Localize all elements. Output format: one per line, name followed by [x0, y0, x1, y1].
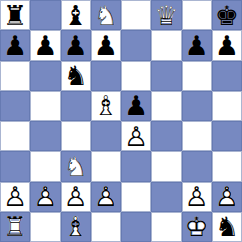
square-a7[interactable]: ♟ — [0, 30, 30, 60]
piece-black-pawn: ♟ — [91, 31, 120, 60]
square-e5[interactable]: ♟ — [121, 91, 151, 121]
square-a1[interactable]: ♜♖ — [0, 212, 30, 242]
square-d3[interactable] — [91, 151, 121, 181]
white-pawn-outline-icon: ♙ — [31, 182, 60, 211]
square-g4[interactable] — [182, 121, 212, 151]
chess-board: ♜♝♞♘♛♕♚♟♟♟♟♟♟♞♝♗♟♟♙♞♘♟♙♟♙♟♙♟♙♟♙♟♙♜♖♝♗♚♔♞ — [0, 0, 242, 242]
square-g8[interactable] — [182, 0, 212, 30]
square-d5[interactable]: ♝♗ — [91, 91, 121, 121]
square-e3[interactable] — [121, 151, 151, 181]
square-h4[interactable] — [212, 121, 242, 151]
square-c2[interactable]: ♟♙ — [61, 182, 91, 212]
square-b2[interactable]: ♟♙ — [30, 182, 60, 212]
black-pawn-icon: ♟ — [122, 91, 151, 120]
square-b7[interactable]: ♟ — [30, 30, 60, 60]
piece-black-king: ♚ — [212, 1, 241, 30]
piece-black-pawn: ♟ — [31, 31, 60, 60]
piece-black-pawn: ♟ — [182, 31, 211, 60]
black-pawn-icon: ♟ — [31, 31, 60, 60]
square-f8[interactable]: ♛♕ — [151, 0, 181, 30]
square-a6[interactable] — [0, 61, 30, 91]
square-d4[interactable] — [91, 121, 121, 151]
piece-black-pawn: ♟ — [61, 31, 90, 60]
white-pawn-outline-icon: ♙ — [61, 182, 90, 211]
black-pawn-icon: ♟ — [1, 31, 30, 60]
white-king-outline-icon: ♔ — [182, 212, 211, 241]
square-g5[interactable] — [182, 91, 212, 121]
black-pawn-icon: ♟ — [91, 31, 120, 60]
square-a3[interactable] — [0, 151, 30, 181]
piece-black-knight: ♞ — [61, 61, 90, 90]
black-bishop-icon: ♝ — [61, 1, 90, 30]
piece-white-knight: ♞♘ — [91, 1, 120, 30]
piece-white-pawn: ♟♙ — [31, 182, 60, 211]
piece-white-queen: ♛♕ — [152, 1, 181, 30]
square-f4[interactable] — [151, 121, 181, 151]
piece-white-pawn: ♟♙ — [91, 182, 120, 211]
square-g6[interactable] — [182, 61, 212, 91]
square-e6[interactable] — [121, 61, 151, 91]
piece-white-king: ♚♔ — [182, 212, 211, 241]
square-d6[interactable] — [91, 61, 121, 91]
square-g7[interactable]: ♟ — [182, 30, 212, 60]
square-b5[interactable] — [30, 91, 60, 121]
square-h5[interactable] — [212, 91, 242, 121]
square-g3[interactable] — [182, 151, 212, 181]
square-e8[interactable] — [121, 0, 151, 30]
black-knight-icon: ♞ — [212, 212, 241, 241]
square-f1[interactable] — [151, 212, 181, 242]
piece-black-pawn: ♟ — [122, 91, 151, 120]
square-a2[interactable]: ♟♙ — [0, 182, 30, 212]
square-f6[interactable] — [151, 61, 181, 91]
square-a5[interactable] — [0, 91, 30, 121]
piece-black-pawn: ♟ — [212, 31, 241, 60]
black-rook-icon: ♜ — [1, 1, 30, 30]
piece-black-bishop: ♝ — [61, 1, 90, 30]
piece-white-pawn: ♟♙ — [212, 182, 241, 211]
white-pawn-outline-icon: ♙ — [212, 182, 241, 211]
black-pawn-icon: ♟ — [212, 31, 241, 60]
square-h3[interactable] — [212, 151, 242, 181]
square-h7[interactable]: ♟ — [212, 30, 242, 60]
white-bishop-outline-icon: ♗ — [91, 91, 120, 120]
piece-white-pawn: ♟♙ — [122, 122, 151, 151]
square-d7[interactable]: ♟ — [91, 30, 121, 60]
white-knight-outline-icon: ♘ — [91, 1, 120, 30]
white-pawn-outline-icon: ♙ — [91, 182, 120, 211]
square-f7[interactable] — [151, 30, 181, 60]
white-bishop-outline-icon: ♗ — [61, 212, 90, 241]
piece-white-pawn: ♟♙ — [1, 182, 30, 211]
square-h2[interactable]: ♟♙ — [212, 182, 242, 212]
square-f2[interactable] — [151, 182, 181, 212]
square-c1[interactable]: ♝♗ — [61, 212, 91, 242]
square-d8[interactable]: ♞♘ — [91, 0, 121, 30]
square-e1[interactable] — [121, 212, 151, 242]
square-e4[interactable]: ♟♙ — [121, 121, 151, 151]
square-b8[interactable] — [30, 0, 60, 30]
square-b6[interactable] — [30, 61, 60, 91]
white-pawn-outline-icon: ♙ — [122, 122, 151, 151]
square-c8[interactable]: ♝ — [61, 0, 91, 30]
black-pawn-icon: ♟ — [61, 31, 90, 60]
square-c3[interactable]: ♞♘ — [61, 151, 91, 181]
black-knight-icon: ♞ — [61, 61, 90, 90]
piece-white-rook: ♜♖ — [1, 212, 30, 241]
piece-white-bishop: ♝♗ — [91, 91, 120, 120]
white-pawn-outline-icon: ♙ — [182, 182, 211, 211]
square-h6[interactable] — [212, 61, 242, 91]
piece-black-pawn: ♟ — [1, 31, 30, 60]
square-c4[interactable] — [61, 121, 91, 151]
square-d1[interactable] — [91, 212, 121, 242]
square-b1[interactable] — [30, 212, 60, 242]
white-rook-outline-icon: ♖ — [1, 212, 30, 241]
square-g1[interactable]: ♚♔ — [182, 212, 212, 242]
square-c6[interactable]: ♞ — [61, 61, 91, 91]
square-g2[interactable]: ♟♙ — [182, 182, 212, 212]
white-queen-outline-icon: ♕ — [152, 1, 181, 30]
square-e2[interactable] — [121, 182, 151, 212]
square-f5[interactable] — [151, 91, 181, 121]
piece-white-pawn: ♟♙ — [61, 182, 90, 211]
white-knight-outline-icon: ♘ — [61, 152, 90, 181]
square-h8[interactable]: ♚ — [212, 0, 242, 30]
piece-white-bishop: ♝♗ — [61, 212, 90, 241]
square-h1[interactable]: ♞ — [212, 212, 242, 242]
square-c7[interactable]: ♟ — [61, 30, 91, 60]
square-f3[interactable] — [151, 151, 181, 181]
piece-black-rook: ♜ — [1, 1, 30, 30]
square-d2[interactable]: ♟♙ — [91, 182, 121, 212]
chess-board-container: ♜♝♞♘♛♕♚♟♟♟♟♟♟♞♝♗♟♟♙♞♘♟♙♟♙♟♙♟♙♟♙♟♙♜♖♝♗♚♔♞ — [0, 0, 242, 242]
square-a8[interactable]: ♜ — [0, 0, 30, 30]
white-pawn-outline-icon: ♙ — [1, 182, 30, 211]
black-king-icon: ♚ — [212, 1, 241, 30]
piece-white-pawn: ♟♙ — [182, 182, 211, 211]
square-a4[interactable] — [0, 121, 30, 151]
square-b4[interactable] — [30, 121, 60, 151]
black-pawn-icon: ♟ — [182, 31, 211, 60]
piece-black-knight: ♞ — [212, 212, 241, 241]
square-b3[interactable] — [30, 151, 60, 181]
square-e7[interactable] — [121, 30, 151, 60]
piece-white-knight: ♞♘ — [61, 152, 90, 181]
square-c5[interactable] — [61, 91, 91, 121]
